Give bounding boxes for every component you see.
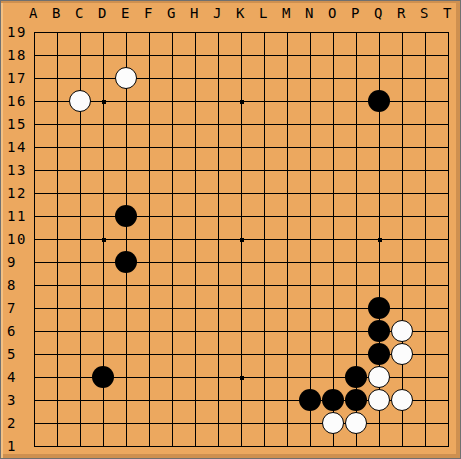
row-label-11: 11 [7,208,33,224]
hoshi-point-K16 [240,100,244,104]
grid-line-vertical [287,32,288,447]
white-stone-Q4 [368,366,390,388]
column-label-R: R [391,5,413,21]
column-label-O: O [322,5,344,21]
grid-line-vertical [402,32,403,447]
black-stone-O3 [322,389,344,411]
row-label-17: 17 [7,70,33,86]
white-stone-P2 [345,412,367,434]
row-label-16: 16 [7,93,33,109]
column-label-P: P [345,5,367,21]
hoshi-point-K10 [240,238,244,242]
row-label-12: 12 [7,185,33,201]
hoshi-point-K4 [240,376,244,380]
row-label-7: 7 [7,300,33,316]
black-stone-E9 [115,251,137,273]
black-stone-D4 [92,366,114,388]
grid-line-vertical [264,32,265,447]
white-stone-O2 [322,412,344,434]
row-label-9: 9 [7,254,33,270]
column-label-T: T [437,5,459,21]
column-label-L: L [253,5,275,21]
row-label-4: 4 [7,369,33,385]
grid-line-vertical [310,32,311,447]
column-label-S: S [414,5,436,21]
row-label-19: 19 [7,24,33,40]
column-label-N: N [299,5,321,21]
column-label-Q: Q [368,5,390,21]
white-stone-R6 [391,320,413,342]
row-label-2: 2 [7,415,33,431]
column-label-G: G [161,5,183,21]
black-stone-Q6 [368,320,390,342]
go-board[interactable]: A19B18C17D16E15F14G13H12J11K10L9M8N7O6P5… [0,0,461,459]
row-label-5: 5 [7,346,33,362]
grid-line-horizontal [34,423,449,424]
grid-line-horizontal [34,446,449,447]
black-stone-Q7 [368,297,390,319]
row-label-18: 18 [7,47,33,63]
white-stone-R5 [391,343,413,365]
hoshi-point-Q10 [378,238,382,242]
grid-line-horizontal [34,285,449,286]
row-label-13: 13 [7,162,33,178]
grid-line-vertical [333,32,334,447]
row-label-14: 14 [7,139,33,155]
black-stone-P4 [345,366,367,388]
row-label-10: 10 [7,231,33,247]
hoshi-point-D10 [102,238,106,242]
column-label-J: J [207,5,229,21]
column-label-C: C [69,5,91,21]
white-stone-R3 [391,389,413,411]
black-stone-Q5 [368,343,390,365]
row-label-8: 8 [7,277,33,293]
row-label-1: 1 [7,438,33,454]
row-label-15: 15 [7,116,33,132]
white-stone-E17 [115,67,137,89]
black-stone-E11 [115,205,137,227]
column-label-H: H [184,5,206,21]
black-stone-P3 [345,389,367,411]
column-label-F: F [138,5,160,21]
white-stone-C16 [69,90,91,112]
column-label-D: D [92,5,114,21]
black-stone-Q16 [368,90,390,112]
grid-line-vertical [425,32,426,447]
row-label-6: 6 [7,323,33,339]
column-label-K: K [230,5,252,21]
white-stone-Q3 [368,389,390,411]
column-label-B: B [46,5,68,21]
black-stone-N3 [299,389,321,411]
column-label-A: A [23,5,45,21]
grid-line-vertical [448,32,449,447]
column-label-M: M [276,5,298,21]
hoshi-point-D16 [102,100,106,104]
row-label-3: 3 [7,392,33,408]
grid-line-horizontal [34,262,449,263]
column-label-E: E [115,5,137,21]
